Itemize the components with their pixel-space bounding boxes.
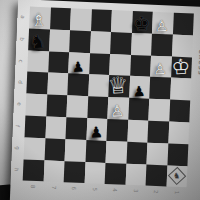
square-a3[interactable]: ♚ [131,11,152,34]
piece-black-pawn-f5[interactable]: ♟ [89,125,103,141]
rank-label-7: 7 [50,186,56,190]
square-b4[interactable] [110,32,131,55]
square-e5[interactable] [87,96,108,119]
rank-label-4: 4 [111,189,117,193]
square-h4[interactable] [105,162,126,185]
square-c3[interactable] [130,54,151,77]
square-e1[interactable] [169,100,190,123]
piece-black-knight-b8[interactable]: ♞ [30,32,47,51]
square-g1[interactable] [167,143,188,166]
piece-white-pawn-e4[interactable]: ♙ [110,103,125,120]
file-label-b: b [19,37,25,41]
square-a1[interactable] [172,13,193,36]
square-a4[interactable] [111,10,132,33]
square-f5[interactable]: ♟ [86,118,107,141]
brand-text: Chess [192,49,200,119]
square-g7[interactable] [44,138,65,161]
rank-label-2: 2 [152,190,158,194]
piece-white-bishop-a8[interactable]: ♗ [31,10,48,29]
square-a2[interactable]: ♙ [152,12,173,35]
piece-white-king-c1[interactable]: ♔ [171,57,191,79]
square-a7[interactable] [50,7,71,30]
square-g2[interactable] [146,142,167,165]
square-f4[interactable] [106,119,127,142]
square-e4[interactable]: ♙ [107,97,128,120]
rank-label-1: 1 [173,191,179,195]
square-d2[interactable] [149,77,170,100]
file-label-e: e [16,102,22,106]
piece-white-pawn-a2[interactable]: ♙ [155,19,169,35]
rank-label-5: 5 [91,188,97,192]
square-c8[interactable] [27,50,48,73]
square-g3[interactable] [126,142,147,165]
rank-label-6: 6 [70,187,76,191]
square-d3[interactable]: ♟ [129,76,150,99]
square-e6[interactable] [66,95,87,118]
piece-white-pawn-c2[interactable]: ♙ [153,62,167,78]
square-d5[interactable] [88,75,109,98]
board-grid: ♗♚♙♞♟♙♔♕♟♙♟♞ [23,7,194,188]
rank-label-8: 8 [29,185,35,189]
square-c2[interactable]: ♙ [150,55,171,78]
rank-label-3: 3 [132,189,138,193]
square-c1[interactable]: ♔ [171,56,192,79]
square-b8[interactable]: ♞ [28,28,49,51]
square-b6[interactable] [69,30,90,53]
square-f6[interactable] [65,117,86,140]
file-label-a: a [19,15,25,19]
file-label-g: g [14,146,20,150]
square-c7[interactable] [48,51,69,74]
square-h5[interactable] [84,162,105,185]
square-b7[interactable] [49,29,70,52]
knight-logo-icon: ♞ [168,167,186,185]
square-f3[interactable] [127,120,148,143]
file-label-f: f [14,125,20,127]
square-e8[interactable] [25,94,46,117]
piece-black-pawn-d3[interactable]: ♟ [132,84,145,99]
square-d6[interactable] [67,74,88,97]
chess-board: ♗♚♙♞♟♙♔♕♟♙♟♞ Chess abcdefgh87654321 [10,0,200,200]
square-d8[interactable] [26,72,47,95]
square-d1[interactable] [170,78,191,101]
square-g8[interactable] [24,137,45,160]
square-d7[interactable] [47,73,68,96]
square-g5[interactable] [85,140,106,163]
file-label-h: h [13,168,19,172]
square-h3[interactable] [125,163,146,186]
square-a8[interactable]: ♗ [29,7,50,30]
square-e7[interactable] [46,95,67,118]
square-d4[interactable]: ♕ [108,75,129,98]
piece-white-queen-d4[interactable]: ♕ [107,74,129,98]
square-h2[interactable] [146,164,167,187]
square-e3[interactable] [128,98,149,121]
square-h6[interactable] [64,161,85,184]
square-a6[interactable] [70,8,91,31]
square-b5[interactable] [90,31,111,54]
piece-black-king-a3[interactable]: ♚ [133,14,151,34]
square-h7[interactable] [43,160,64,183]
square-h1[interactable]: ♞ [166,165,187,188]
square-f1[interactable] [168,122,189,145]
file-label-d: d [17,81,23,85]
square-b2[interactable] [151,34,172,57]
photo-canvas: { "game": "chess", "scene": { "descripti… [0,0,200,200]
square-e2[interactable] [148,99,169,122]
square-a5[interactable] [91,9,112,32]
square-h8[interactable] [23,159,44,182]
square-g4[interactable] [106,141,127,164]
square-c6[interactable]: ♟ [68,52,89,75]
square-f7[interactable] [45,116,66,139]
file-label-c: c [17,59,23,62]
square-f8[interactable] [25,115,46,138]
piece-black-pawn-c6[interactable]: ♟ [72,60,85,75]
square-g6[interactable] [65,139,86,162]
square-b3[interactable] [131,33,152,56]
square-f2[interactable] [147,121,168,144]
knight-logo-glyph: ♞ [173,172,181,180]
